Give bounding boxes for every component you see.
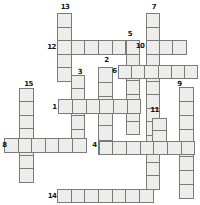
crossword-cell[interactable] (126, 141, 141, 156)
crossword-cell[interactable] (131, 65, 145, 80)
crossword-cell[interactable] (144, 65, 158, 80)
clue-number-label-13: 13 (61, 4, 70, 11)
crossword-cell[interactable] (118, 65, 132, 80)
crossword-cell[interactable] (72, 138, 87, 153)
crossword-cell[interactable] (179, 115, 194, 130)
word-1-across (58, 99, 141, 114)
crossword-cell[interactable] (126, 80, 141, 94)
crossword-cell[interactable] (98, 67, 113, 83)
crossword-cell[interactable] (57, 40, 72, 55)
crossword-cell[interactable] (184, 65, 198, 80)
crossword-cell[interactable] (84, 40, 99, 55)
clue-number-label-7: 7 (152, 4, 156, 11)
crossword-cell[interactable] (146, 27, 161, 42)
crossword-cell[interactable] (171, 65, 185, 80)
crossword-cell[interactable] (158, 65, 172, 80)
crossword-cell[interactable] (98, 125, 113, 141)
crossword-cell[interactable] (179, 170, 194, 185)
clue-number-label-8: 8 (2, 141, 6, 148)
crossword-cell[interactable] (71, 115, 86, 129)
word-15-down (19, 88, 34, 183)
clue-number-label-12: 12 (47, 44, 56, 51)
crossword-cell[interactable] (57, 189, 72, 204)
crossword-cell[interactable] (71, 189, 86, 204)
clue-number-label-10: 10 (136, 42, 145, 49)
crossword-cell[interactable] (57, 67, 72, 82)
crossword-cell[interactable] (139, 189, 154, 204)
crossword-cell[interactable] (98, 40, 113, 55)
crossword-cell[interactable] (45, 138, 60, 153)
clue-number-label-5: 5 (128, 31, 132, 38)
crossword-cell[interactable] (112, 40, 127, 55)
clue-number-label-6: 6 (112, 67, 116, 74)
crossword-cell[interactable] (19, 101, 34, 115)
crossword-cell[interactable] (146, 175, 161, 190)
clue-number-label-1: 1 (52, 103, 56, 110)
word-10-across (146, 40, 187, 55)
crossword-cell[interactable] (140, 141, 155, 156)
crossword-cell[interactable] (172, 40, 186, 55)
crossword-cell[interactable] (72, 99, 87, 114)
clue-number-label-11: 11 (150, 107, 159, 114)
crossword-cell[interactable] (126, 121, 141, 135)
crossword-cell[interactable] (71, 40, 86, 55)
crossword-cell[interactable] (86, 99, 101, 114)
clue-number-label-14: 14 (48, 192, 57, 199)
crossword-cell[interactable] (167, 141, 182, 156)
clue-number-label-3: 3 (78, 68, 82, 75)
clue-number-label-15: 15 (24, 81, 33, 88)
crossword-cell[interactable] (31, 138, 46, 153)
crossword-cell[interactable] (127, 99, 142, 114)
crossword-cell[interactable] (179, 101, 194, 116)
clue-number-label-4: 4 (92, 142, 96, 149)
crossword-cell[interactable] (19, 155, 34, 169)
crossword-cell[interactable] (98, 189, 113, 204)
crossword-cell[interactable] (153, 141, 168, 156)
crossword-cell[interactable] (159, 40, 173, 55)
crossword-cell[interactable] (58, 99, 73, 114)
crossword-cell[interactable] (112, 189, 127, 204)
crossword-cell[interactable] (57, 27, 72, 42)
crossword-cell[interactable] (19, 88, 34, 102)
word-8-across (4, 138, 87, 153)
crossword-cell[interactable] (179, 156, 194, 171)
crossword-cell[interactable] (57, 54, 72, 69)
crossword-cell[interactable] (125, 189, 140, 204)
word-11-down (152, 118, 167, 142)
crossword-cell[interactable] (181, 141, 196, 156)
word-4-across (99, 141, 196, 156)
crossword-cell[interactable] (146, 81, 161, 96)
crossword-cell[interactable] (58, 138, 73, 153)
crossword-cell[interactable] (19, 115, 34, 129)
crossword-cell[interactable] (146, 13, 161, 28)
crossword-cell[interactable] (112, 141, 127, 156)
crossword-cell[interactable] (146, 162, 161, 177)
word-14-across (57, 189, 154, 204)
crossword-cell[interactable] (99, 99, 114, 114)
crossword-cell[interactable] (18, 138, 33, 153)
crossword-cell[interactable] (57, 13, 72, 28)
word-5-down (126, 40, 141, 135)
crossword-cell[interactable] (179, 184, 194, 199)
crossword-cell[interactable] (98, 82, 113, 98)
crossword-cell[interactable] (19, 168, 34, 182)
crossword-cell[interactable] (146, 40, 160, 55)
crossword-cell[interactable] (179, 87, 194, 102)
crossword-cell[interactable] (84, 189, 99, 204)
clue-number-label-2: 2 (104, 56, 108, 63)
crossword-cell[interactable] (113, 99, 128, 114)
word-6-across (118, 65, 198, 80)
crossword-cell[interactable] (71, 75, 86, 89)
crossword-board: 137512102631591118414 (0, 0, 200, 205)
clue-number-label-9: 9 (177, 81, 181, 88)
crossword-cell[interactable] (99, 141, 114, 156)
